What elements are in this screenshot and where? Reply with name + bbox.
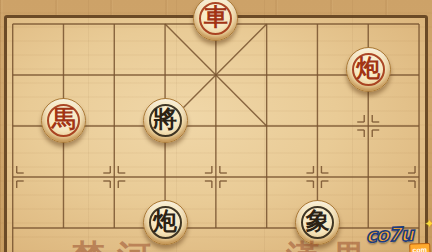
piece-red-cannon[interactable]: 炮: [346, 47, 391, 92]
sparkle-icon: ✦: [424, 217, 432, 231]
watermark-suffix: com: [409, 243, 431, 252]
river-text-right: 漢界: [286, 235, 378, 252]
watermark: ✦ co7u com: [366, 224, 432, 252]
piece-red-horse[interactable]: 馬: [41, 98, 86, 143]
piece-glyph: 馬: [42, 98, 85, 141]
river-text-left: 楚河: [71, 235, 163, 252]
xiangqi-board-screen: 車炮馬將炮象 楚河 漢界 ✦ co7u com: [0, 0, 432, 252]
piece-glyph: 車: [194, 0, 237, 39]
watermark-text: co7u: [365, 223, 413, 247]
piece-glyph: 將: [144, 98, 187, 141]
piece-black-general[interactable]: 將: [143, 98, 188, 143]
piece-red-chariot[interactable]: 車: [193, 0, 238, 41]
piece-glyph: 炮: [347, 47, 390, 90]
